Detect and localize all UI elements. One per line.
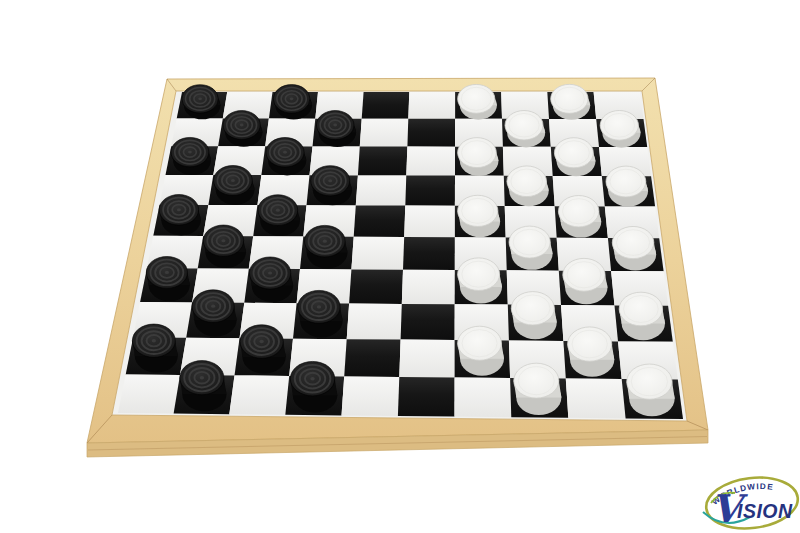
square-light-r8-c5[interactable]	[347, 304, 402, 340]
black-man-r9-c3[interactable]	[240, 325, 286, 374]
square-light-r10-c1[interactable]	[118, 374, 180, 413]
square-light-r4-c5[interactable]	[356, 175, 407, 205]
square-light-r10-c7[interactable]	[455, 377, 512, 417]
square-light-r2-c5[interactable]	[360, 119, 409, 147]
logo-vision-text: ISION	[737, 500, 793, 522]
square-light-r9-c6[interactable]	[399, 340, 454, 378]
square-dark-r2-c6[interactable]	[407, 119, 455, 147]
black-man-r7-c3[interactable]	[249, 257, 293, 302]
square-dark-r7-c5[interactable]	[349, 269, 403, 304]
white-man-r9-c9[interactable]	[568, 327, 615, 377]
black-man-r8-c2[interactable]	[192, 290, 237, 337]
black-man-r7-c1[interactable]	[146, 257, 190, 302]
black-man-r6-c4[interactable]	[304, 225, 347, 268]
white-man-r10-c10[interactable]	[627, 364, 675, 416]
square-light-r3-c6[interactable]	[406, 147, 455, 176]
square-dark-r10-c6[interactable]	[398, 377, 455, 417]
white-man-r7-c7[interactable]	[458, 258, 502, 304]
square-light-r7-c6[interactable]	[402, 270, 455, 305]
square-light-r10-c3[interactable]	[229, 375, 289, 414]
square-light-r1-c6[interactable]	[408, 92, 455, 119]
white-man-r6-c10[interactable]	[612, 226, 656, 270]
white-man-r7-c9[interactable]	[563, 258, 608, 304]
square-light-r6-c5[interactable]	[351, 237, 404, 270]
black-man-r8-c4[interactable]	[298, 290, 343, 337]
draughts-board	[0, 0, 800, 533]
black-man-r5-c1[interactable]	[159, 195, 201, 236]
worldwide-vision-logo: WORLDWIDE V ISION	[690, 460, 800, 533]
square-dark-r3-c5[interactable]	[358, 147, 408, 176]
square-light-r10-c9[interactable]	[566, 379, 626, 419]
white-man-r9-c7[interactable]	[458, 326, 504, 376]
white-man-r5-c7[interactable]	[458, 195, 501, 237]
white-man-r6-c8[interactable]	[509, 226, 553, 270]
white-man-r8-c8[interactable]	[511, 292, 557, 340]
product-photo-scene: WORLDWIDE V ISION	[0, 0, 800, 533]
square-dark-r5-c5[interactable]	[354, 205, 406, 237]
black-man-r10-c2[interactable]	[180, 361, 227, 412]
square-light-r5-c6[interactable]	[404, 206, 455, 238]
black-man-r5-c3[interactable]	[258, 195, 300, 236]
square-light-r10-c5[interactable]	[342, 376, 400, 416]
square-dark-r6-c6[interactable]	[403, 237, 455, 270]
white-man-r5-c9[interactable]	[558, 196, 601, 238]
square-dark-r1-c5[interactable]	[362, 92, 410, 119]
black-man-r9-c1[interactable]	[132, 324, 177, 373]
square-dark-r9-c5[interactable]	[344, 339, 400, 377]
white-man-r8-c10[interactable]	[619, 292, 665, 340]
black-man-r6-c2[interactable]	[203, 225, 246, 268]
square-dark-r8-c6[interactable]	[401, 304, 455, 340]
white-man-r10-c8[interactable]	[514, 363, 562, 415]
black-man-r10-c4[interactable]	[290, 361, 337, 412]
square-dark-r4-c6[interactable]	[405, 176, 455, 206]
